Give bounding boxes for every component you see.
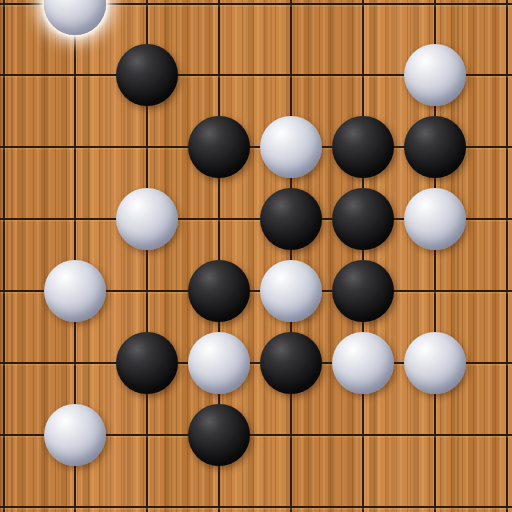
- black-stone: [404, 116, 466, 178]
- black-stone: [332, 260, 394, 322]
- black-stone: [260, 188, 322, 250]
- white-stone: [116, 188, 178, 250]
- black-stone: [188, 404, 250, 466]
- white-stone: [188, 332, 250, 394]
- white-stone: [44, 404, 106, 466]
- white-stone-last-move: [44, 0, 106, 35]
- black-stone: [188, 260, 250, 322]
- black-stone: [332, 188, 394, 250]
- white-stone: [404, 188, 466, 250]
- white-stone: [260, 260, 322, 322]
- black-stone: [260, 332, 322, 394]
- gomoku-board[interactable]: [0, 0, 512, 512]
- white-stone: [260, 116, 322, 178]
- white-stone: [404, 44, 466, 106]
- black-stone: [332, 116, 394, 178]
- white-stone: [332, 332, 394, 394]
- black-stone: [188, 116, 250, 178]
- white-stone: [44, 260, 106, 322]
- black-stone: [116, 332, 178, 394]
- grid-line-horizontal-7: [0, 506, 512, 508]
- white-stone: [404, 332, 466, 394]
- black-stone: [116, 44, 178, 106]
